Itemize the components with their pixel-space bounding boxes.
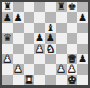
square-f2[interactable]: ♟ (56, 64, 67, 74)
square-h6[interactable] (77, 23, 88, 33)
square-a1[interactable] (2, 75, 13, 85)
white-queen-g3: ♛ (67, 54, 76, 64)
square-c2[interactable] (24, 64, 35, 74)
square-h8[interactable] (77, 2, 88, 12)
square-f1[interactable] (56, 75, 67, 85)
square-d1[interactable] (34, 75, 45, 85)
black-rook-f8: ♜ (57, 2, 66, 12)
square-e8[interactable] (45, 2, 56, 12)
square-b2[interactable]: ♟ (13, 64, 24, 74)
square-a5[interactable]: ♛ (2, 33, 13, 43)
square-h2[interactable] (77, 64, 88, 74)
black-queen-a5: ♛ (3, 33, 12, 43)
white-pawn-f2: ♟ (57, 64, 66, 74)
square-f8[interactable]: ♜ (56, 2, 67, 12)
square-c8[interactable] (24, 2, 35, 12)
square-b4[interactable] (13, 44, 24, 54)
square-f4[interactable] (56, 44, 67, 54)
square-g3[interactable]: ♛ (67, 54, 78, 64)
square-h1[interactable] (77, 75, 88, 85)
square-a3[interactable]: ♟ (2, 54, 13, 64)
square-d7[interactable] (34, 12, 45, 22)
square-d4[interactable]: ♟ (34, 44, 45, 54)
square-c5[interactable] (24, 33, 35, 43)
square-h3[interactable]: ♟ (77, 54, 88, 64)
square-e2[interactable] (45, 64, 56, 74)
black-pawn-h3: ♟ (78, 54, 87, 64)
square-b1[interactable] (13, 75, 24, 85)
square-e7[interactable] (45, 12, 56, 22)
square-f6[interactable] (56, 23, 67, 33)
white-pawn-g2: ♟ (67, 64, 76, 74)
square-b8[interactable] (13, 2, 24, 12)
square-d6[interactable] (34, 23, 45, 33)
white-king-g1: ♚ (67, 75, 76, 85)
square-h5[interactable] (77, 33, 88, 43)
square-c6[interactable] (24, 23, 35, 33)
square-c7[interactable] (24, 12, 35, 22)
chess-board-frame: ♜♜♚♟♟♟♝♛♟♟♟♞♟♛♟♟♟♟♜♚ (0, 0, 90, 88)
square-d8[interactable] (34, 2, 45, 12)
square-c1[interactable]: ♜ (24, 75, 35, 85)
square-e1[interactable] (45, 75, 56, 85)
square-h4[interactable] (77, 44, 88, 54)
square-b3[interactable] (13, 54, 24, 64)
square-a7[interactable]: ♟ (2, 12, 13, 22)
square-f7[interactable] (56, 12, 67, 22)
square-g7[interactable] (67, 12, 78, 22)
black-pawn-b7: ♟ (14, 13, 23, 23)
square-b6[interactable] (13, 23, 24, 33)
square-e4[interactable]: ♞ (45, 44, 56, 54)
square-d5[interactable]: ♟ (34, 33, 45, 43)
square-e5[interactable]: ♟ (45, 33, 56, 43)
square-a6[interactable] (2, 23, 13, 33)
square-c3[interactable] (24, 54, 35, 64)
square-g6[interactable] (67, 23, 78, 33)
square-c4[interactable] (24, 44, 35, 54)
square-b5[interactable] (13, 33, 24, 43)
black-king-g8: ♚ (67, 2, 76, 12)
black-pawn-e5: ♟ (46, 33, 55, 43)
square-g1[interactable]: ♚ (67, 75, 78, 85)
square-e6[interactable]: ♝ (45, 23, 56, 33)
square-g5[interactable] (67, 33, 78, 43)
white-pawn-d4: ♟ (35, 44, 44, 54)
black-pawn-a7: ♟ (3, 13, 12, 23)
square-f5[interactable] (56, 33, 67, 43)
white-pawn-a3: ♟ (3, 54, 12, 64)
black-bishop-e6: ♝ (46, 23, 55, 33)
square-g8[interactable]: ♚ (67, 2, 78, 12)
square-d3[interactable] (34, 54, 45, 64)
square-g2[interactable]: ♟ (67, 64, 78, 74)
square-e3[interactable] (45, 54, 56, 64)
square-a8[interactable]: ♜ (2, 2, 13, 12)
black-pawn-h7: ♟ (78, 13, 87, 23)
square-b7[interactable]: ♟ (13, 12, 24, 22)
square-d2[interactable] (34, 64, 45, 74)
square-a4[interactable] (2, 44, 13, 54)
black-rook-a8: ♜ (3, 2, 12, 12)
black-pawn-d5: ♟ (35, 33, 44, 43)
white-rook-c1: ♜ (24, 75, 33, 85)
chess-board: ♜♜♚♟♟♟♝♛♟♟♟♞♟♛♟♟♟♟♜♚ (2, 2, 88, 85)
white-pawn-b2: ♟ (14, 64, 23, 74)
square-g4[interactable] (67, 44, 78, 54)
square-a2[interactable] (2, 64, 13, 74)
white-knight-e4: ♞ (46, 44, 55, 54)
square-h7[interactable]: ♟ (77, 12, 88, 22)
square-f3[interactable] (56, 54, 67, 64)
